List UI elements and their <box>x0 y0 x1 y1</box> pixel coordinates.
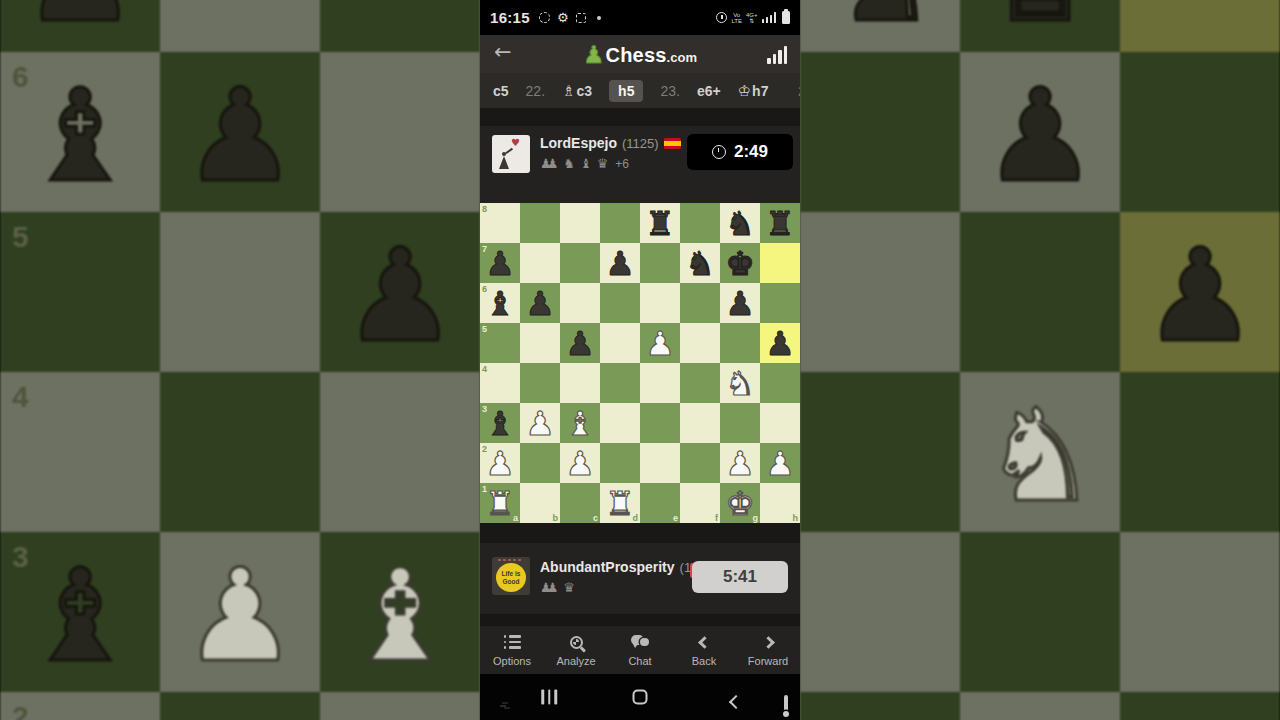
avatar-top[interactable]: ♥ <box>492 135 530 173</box>
heart-balloon-icon: ♥ <box>511 137 520 148</box>
game-nav-bar: Options Analyze Chat Back Forward <box>480 626 800 674</box>
captured-piece-group: ♞ <box>563 156 575 171</box>
square-f8[interactable] <box>680 203 720 243</box>
android-back-icon[interactable] <box>729 695 743 709</box>
piece-white-h2[interactable]: ♟ <box>760 443 800 483</box>
piece-white-g2[interactable]: ♟ <box>720 443 760 483</box>
square-a2[interactable]: 2♟ <box>480 443 520 483</box>
clock-top: 2:49 <box>687 134 793 170</box>
chevron-left-icon <box>698 636 711 649</box>
square-b7[interactable] <box>520 243 560 283</box>
bg-square-c2: ♟ <box>320 692 480 720</box>
home-icon[interactable] <box>633 690 648 705</box>
square-d8[interactable] <box>600 203 640 243</box>
square-a7[interactable]: 7♟ <box>480 243 520 283</box>
piece-white-e5[interactable]: ♟ <box>640 323 680 363</box>
chesscom-logo: ♟ Chess .com <box>583 40 697 68</box>
spain-flag-icon <box>664 138 681 149</box>
bg-piece-white-b3: ♟ <box>160 532 320 692</box>
square-d4[interactable] <box>600 363 640 403</box>
piece-black-c5[interactable]: ♟ <box>560 323 600 363</box>
square-e2[interactable] <box>640 443 680 483</box>
gear-icon: ⚙ <box>557 11 569 24</box>
square-c1[interactable]: c <box>560 483 600 523</box>
screen: 8♜♞♜7♟♟♞♚6♝♟♟5♟♟♟4♞3♝♟♝2♟♟♟♟1a♜bcd♜efg♚h… <box>0 0 1280 720</box>
square-e3[interactable] <box>640 403 680 443</box>
square-g5[interactable] <box>720 323 760 363</box>
piece-white-d1[interactable]: ♜ <box>600 483 640 523</box>
captured-piece-group: ♟♟ <box>540 156 558 171</box>
bg-piece-white-g4: ♞ <box>960 372 1120 532</box>
square-d1[interactable]: d♜ <box>600 483 640 523</box>
piece-white-a2[interactable]: ♟ <box>480 443 520 483</box>
file-label-f: f <box>715 513 718 523</box>
bg-square-h7 <box>1120 0 1280 52</box>
bg-square-f4 <box>800 372 960 532</box>
bg-square-g3 <box>960 532 1120 692</box>
square-g6[interactable]: ♟ <box>720 283 760 323</box>
square-e1[interactable]: e <box>640 483 680 523</box>
avatar-bottom-text: Life is Good <box>496 563 526 592</box>
bg-square-c7 <box>320 0 480 52</box>
move-c3[interactable]: ♗c3 <box>562 82 592 100</box>
player-bottom-name[interactable]: AbundantProsperity <box>540 559 675 575</box>
bg-square-b5 <box>160 212 320 372</box>
square-c6[interactable] <box>560 283 600 323</box>
square-d7[interactable]: ♟ <box>600 243 640 283</box>
bg-square-c4 <box>320 372 480 532</box>
analyze-magnifier-icon <box>570 636 583 649</box>
bg-piece-black-a6: ♝ <box>0 52 160 212</box>
player-row-bottom: Life is Good AbundantProsperity (1147) ♟… <box>480 543 800 614</box>
bg-square-h2: ♟ <box>1120 692 1280 720</box>
bg-piece-black-a3: ♝ <box>0 532 160 692</box>
captured-pieces-top: ♟♟♞♝♛+6 <box>540 156 681 171</box>
square-f5[interactable] <box>680 323 720 363</box>
move-number: 22. <box>526 83 545 99</box>
divider <box>480 523 800 543</box>
move-h7[interactable]: ♔h7 <box>738 82 769 100</box>
captured-piece-group: ♛ <box>597 156 609 171</box>
player-top-rating: (1125) <box>622 136 659 151</box>
square-h2[interactable]: ♟ <box>760 443 800 483</box>
square-g1[interactable]: g♚ <box>720 483 760 523</box>
square-e5[interactable]: ♟ <box>640 323 680 363</box>
piece-black-g7[interactable]: ♚ <box>720 243 760 283</box>
chevron-right-icon <box>762 636 775 649</box>
material-score: +6 <box>615 157 629 171</box>
clock-icon <box>712 145 726 159</box>
square-c7[interactable] <box>560 243 600 283</box>
move-list-bar: c522.♗c3h523.e6+♔h72 <box>480 73 800 108</box>
bg-square-f5 <box>800 212 960 372</box>
square-d3[interactable] <box>600 403 640 443</box>
bg-square-b7 <box>160 0 320 52</box>
options-list-icon <box>504 635 521 649</box>
bg-square-f6 <box>800 52 960 212</box>
bg-square-f7: ♞ <box>800 0 960 52</box>
bg-square-a7: 7♟ <box>0 0 160 52</box>
bg-square-b4 <box>160 372 320 532</box>
bg-piece-white-c2: ♟ <box>320 692 480 720</box>
square-a5[interactable]: 5 <box>480 323 520 363</box>
square-d6[interactable] <box>600 283 640 323</box>
bg-square-a2: 2♟ <box>0 692 160 720</box>
square-g3[interactable] <box>720 403 760 443</box>
bg-square-c5: ♟ <box>320 212 480 372</box>
square-f6[interactable] <box>680 283 720 323</box>
square-b6[interactable]: ♟ <box>520 283 560 323</box>
square-c5[interactable]: ♟ <box>560 323 600 363</box>
square-a4[interactable]: 4 <box>480 363 520 403</box>
player-top-name[interactable]: LordEspejo <box>540 135 617 151</box>
piece-black-a7[interactable]: ♟ <box>480 243 520 283</box>
bg-square-g7: ♚ <box>960 0 1120 52</box>
bg-square-h4 <box>1120 372 1280 532</box>
square-f3[interactable] <box>680 403 720 443</box>
rank-label-5: 5 <box>12 220 29 254</box>
figurine-piece-icon: ♗ <box>562 82 575 100</box>
square-c3[interactable]: ♝ <box>560 403 600 443</box>
status-bar: 16:15 ⚙ VoLTE 4G+⇅ <box>480 0 800 35</box>
piece-black-e8[interactable]: ♜ <box>640 203 680 243</box>
bg-square-g2: ♟ <box>960 692 1120 720</box>
square-g2[interactable]: ♟ <box>720 443 760 483</box>
file-label-b: b <box>553 513 559 523</box>
bg-piece-black-g7: ♚ <box>960 0 1120 52</box>
bg-square-g4: ♞ <box>960 372 1120 532</box>
square-c2[interactable]: ♟ <box>560 443 600 483</box>
square-b2[interactable] <box>520 443 560 483</box>
rank-label-5: 5 <box>482 324 487 334</box>
square-f1[interactable]: f <box>680 483 720 523</box>
file-label-e: e <box>673 513 678 523</box>
square-f2[interactable] <box>680 443 720 483</box>
move-e6+[interactable]: e6+ <box>697 83 721 99</box>
square-b4[interactable] <box>520 363 560 403</box>
piece-black-a3[interactable]: ♝ <box>480 403 520 443</box>
bg-square-a5: 5 <box>0 212 160 372</box>
chat-bubbles-icon <box>631 635 649 649</box>
square-b3[interactable]: ♟ <box>520 403 560 443</box>
square-c8[interactable] <box>560 203 600 243</box>
bg-square-h5: ♟ <box>1120 212 1280 372</box>
square-b8[interactable] <box>520 203 560 243</box>
android-nav-bar <box>480 674 800 720</box>
capture-box-icon <box>576 13 586 23</box>
captured-piece-group: ♝ <box>580 156 592 171</box>
alarm-icon <box>716 12 727 23</box>
piece-white-c2[interactable]: ♟ <box>560 443 600 483</box>
rank-label-8: 8 <box>482 204 487 214</box>
square-a8[interactable]: 8 <box>480 203 520 243</box>
bg-square-f2 <box>800 692 960 720</box>
piece-white-b3[interactable]: ♟ <box>520 403 560 443</box>
bg-piece-black-a7: ♟ <box>0 0 160 52</box>
avatar-bottom[interactable]: Life is Good <box>492 557 530 595</box>
square-h6[interactable] <box>760 283 800 323</box>
bg-piece-black-f7: ♞ <box>800 0 960 52</box>
recents-icon[interactable] <box>541 690 557 705</box>
bg-square-a6: 6♝ <box>0 52 160 212</box>
move-number: 23. <box>660 83 679 99</box>
square-c4[interactable] <box>560 363 600 403</box>
piece-white-g1[interactable]: ♚ <box>720 483 760 523</box>
bg-square-f3 <box>800 532 960 692</box>
square-h7[interactable] <box>760 243 800 283</box>
square-h5[interactable]: ♟ <box>760 323 800 363</box>
move-h5[interactable]: h5 <box>609 80 643 102</box>
piece-white-c3[interactable]: ♝ <box>560 403 600 443</box>
piece-black-a6[interactable]: ♝ <box>480 283 520 323</box>
piece-white-a1[interactable]: ♜ <box>480 483 520 523</box>
back-arrow-icon[interactable]: ← <box>494 40 512 64</box>
bg-piece-white-c3: ♝ <box>320 532 480 692</box>
square-b1[interactable]: b <box>520 483 560 523</box>
bg-square-h3 <box>1120 532 1280 692</box>
rank-label-4: 4 <box>12 380 29 414</box>
piece-black-g8[interactable]: ♞ <box>720 203 760 243</box>
captured-pieces-bottom: ♟♟♛ <box>540 580 716 595</box>
bg-square-a3: 3♝ <box>0 532 160 692</box>
captured-piece-group: ♟♟ <box>540 580 558 595</box>
square-h3[interactable] <box>760 403 800 443</box>
bg-square-g5 <box>960 212 1120 372</box>
square-h8[interactable]: ♜ <box>760 203 800 243</box>
signal-bars-icon <box>762 12 777 23</box>
app-header: ← ♟ Chess .com <box>480 35 800 73</box>
bg-piece-black-b6: ♟ <box>160 52 320 212</box>
bg-piece-black-h5: ♟ <box>1120 212 1280 372</box>
square-g7[interactable]: ♚ <box>720 243 760 283</box>
square-g4[interactable]: ♞ <box>720 363 760 403</box>
network-indicator: 4G+⇅ <box>746 12 758 24</box>
analyze-button[interactable]: Analyze <box>544 626 608 674</box>
bg-piece-white-a2: ♟ <box>0 692 160 720</box>
piece-white-g4[interactable]: ♞ <box>720 363 760 403</box>
square-a3[interactable]: 3♝ <box>480 403 520 443</box>
square-e8[interactable]: ♜ <box>640 203 680 243</box>
file-label-c: c <box>593 513 598 523</box>
bg-piece-white-h2: ♟ <box>1120 692 1280 720</box>
square-f7[interactable]: ♞ <box>680 243 720 283</box>
player-row-top: ♥ LordEspejo (1125) ♟♟♞♝♛+6 2:49 <box>480 126 800 203</box>
divider <box>480 614 800 626</box>
battery-icon <box>782 11 790 24</box>
chess-board: 8♜♞♜7♟♟♞♚6♝♟♟5♟♟♟4♞3♝♟♝2♟♟♟♟1a♜bcd♜efg♚h <box>480 203 800 523</box>
bg-square-b6: ♟ <box>160 52 320 212</box>
options-button[interactable]: Options <box>480 626 544 674</box>
square-e4[interactable] <box>640 363 680 403</box>
smart-capture-icon[interactable] <box>784 695 788 716</box>
bg-square-b2 <box>160 692 320 720</box>
status-time: 16:15 <box>490 9 530 26</box>
square-f4[interactable] <box>680 363 720 403</box>
square-a6[interactable]: 6♝ <box>480 283 520 323</box>
square-e7[interactable] <box>640 243 680 283</box>
forward-move-button[interactable]: Forward <box>736 626 800 674</box>
connection-bars-icon[interactable] <box>767 46 787 64</box>
bg-square-c3: ♝ <box>320 532 480 692</box>
piece-black-h5[interactable]: ♟ <box>760 323 800 363</box>
logo-pawn-icon: ♟ <box>583 41 605 69</box>
bg-piece-black-c5: ♟ <box>320 212 480 372</box>
bg-square-g6: ♟ <box>960 52 1120 212</box>
divider <box>480 108 800 126</box>
bg-square-h6 <box>1120 52 1280 212</box>
clock-bottom-active: 5:41 <box>692 561 788 593</box>
file-label-h: h <box>793 513 799 523</box>
square-h1[interactable]: h <box>760 483 800 523</box>
chat-button[interactable]: Chat <box>608 626 672 674</box>
square-e6[interactable] <box>640 283 680 323</box>
phone-screenshot: 16:15 ⚙ VoLTE 4G+⇅ ← ♟ Chess .com <box>480 0 800 720</box>
volte-indicator: VoLTE <box>731 12 742 24</box>
back-move-button[interactable]: Back <box>672 626 736 674</box>
square-h4[interactable] <box>760 363 800 403</box>
captured-piece-group: ♛ <box>563 580 575 595</box>
bg-square-a4: 4 <box>0 372 160 532</box>
figurine-piece-icon: ♔ <box>738 82 751 100</box>
move-c5[interactable]: c5 <box>493 83 509 99</box>
bg-piece-white-g2: ♟ <box>960 692 1120 720</box>
square-b5[interactable] <box>520 323 560 363</box>
square-g8[interactable]: ♞ <box>720 203 760 243</box>
bg-square-b3: ♟ <box>160 532 320 692</box>
piece-black-h8[interactable]: ♜ <box>760 203 800 243</box>
piece-black-f7[interactable]: ♞ <box>680 243 720 283</box>
recording-circle-icon <box>539 12 550 23</box>
square-a1[interactable]: 1a♜ <box>480 483 520 523</box>
piece-black-d7[interactable]: ♟ <box>600 243 640 283</box>
bg-square-c6 <box>320 52 480 212</box>
move-2: 2 <box>798 83 800 99</box>
piece-black-b6[interactable]: ♟ <box>520 283 560 323</box>
square-d2[interactable] <box>600 443 640 483</box>
bg-piece-black-g6: ♟ <box>960 52 1120 212</box>
rank-label-4: 4 <box>482 364 487 374</box>
notification-dot <box>597 16 601 20</box>
square-d5[interactable] <box>600 323 640 363</box>
piece-black-g6[interactable]: ♟ <box>720 283 760 323</box>
